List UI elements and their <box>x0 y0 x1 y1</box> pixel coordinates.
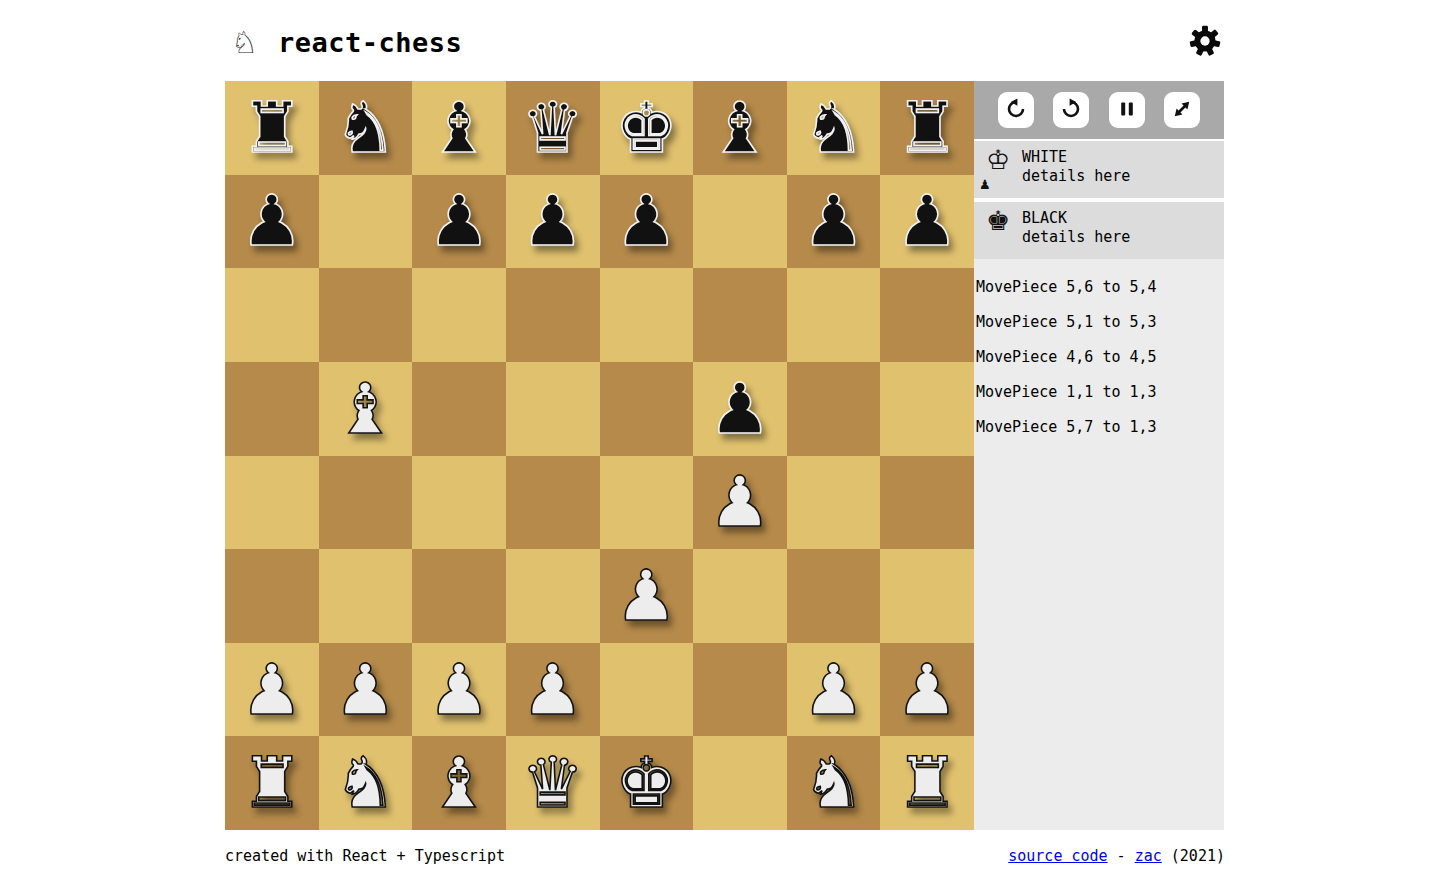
square-b2[interactable]: ♟ <box>319 643 413 737</box>
square-g3[interactable] <box>787 549 881 643</box>
black-icon-column: ♚ <box>974 202 1022 259</box>
pause-icon <box>1116 98 1138 123</box>
black-bishop-piece[interactable]: ♝ <box>709 93 772 163</box>
square-f4[interactable]: ♟ <box>693 456 787 550</box>
footer-credit: created with React + Typescript <box>225 847 505 865</box>
square-a6[interactable] <box>225 268 319 362</box>
white-captured-tray: ♟ <box>979 174 991 188</box>
white-queen-piece[interactable]: ♛ <box>521 748 584 818</box>
square-f2[interactable] <box>693 643 787 737</box>
app-header: ♘ react-chess <box>225 0 1225 81</box>
square-b7[interactable] <box>319 175 413 269</box>
white-pawn-piece[interactable]: ♟ <box>802 655 865 725</box>
white-player-details: details here <box>1022 167 1130 186</box>
white-rook-piece[interactable]: ♜ <box>896 748 959 818</box>
square-g2[interactable]: ♟ <box>787 643 881 737</box>
white-pawn-piece[interactable]: ♟ <box>615 561 678 631</box>
square-a8[interactable]: ♜ <box>225 81 319 175</box>
square-c7[interactable]: ♟ <box>412 175 506 269</box>
square-d8[interactable]: ♛ <box>506 81 600 175</box>
square-d3[interactable] <box>506 549 600 643</box>
white-knight-piece[interactable]: ♞ <box>802 748 865 818</box>
white-icon-column: ♔ ♟ <box>974 141 1022 198</box>
black-player-text: BLACK details here <box>1022 202 1130 259</box>
toolbar <box>974 81 1224 139</box>
white-king-piece[interactable]: ♚ <box>615 748 678 818</box>
square-e2[interactable] <box>600 643 694 737</box>
square-c1[interactable]: ♝ <box>412 736 506 830</box>
square-c2[interactable]: ♟ <box>412 643 506 737</box>
white-pawn-piece[interactable]: ♟ <box>896 655 959 725</box>
undo-icon <box>1004 97 1028 124</box>
square-a1[interactable]: ♜ <box>225 736 319 830</box>
black-bishop-piece[interactable]: ♝ <box>428 93 491 163</box>
square-f1[interactable] <box>693 736 787 830</box>
white-pawn-piece[interactable]: ♟ <box>334 655 397 725</box>
square-c3[interactable] <box>412 549 506 643</box>
square-g7[interactable]: ♟ <box>787 175 881 269</box>
pause-button[interactable] <box>1109 92 1145 128</box>
square-e3[interactable]: ♟ <box>600 549 694 643</box>
square-e1[interactable]: ♚ <box>600 736 694 830</box>
move-entry: MovePiece 5,1 to 5,3 <box>976 315 1224 350</box>
square-d7[interactable]: ♟ <box>506 175 600 269</box>
main: ♜♞♝♛♚♝♞♜♟♟♟♟♟♟♝♟♟♟♟♟♟♟♟♟♜♞♝♛♚♞♜ <box>225 81 1225 830</box>
square-f7[interactable] <box>693 175 787 269</box>
square-f5[interactable]: ♟ <box>693 362 787 456</box>
black-rook-piece[interactable]: ♜ <box>896 93 959 163</box>
knight-icon: ♘ <box>231 28 258 58</box>
square-h5[interactable] <box>880 362 974 456</box>
black-knight-piece[interactable]: ♞ <box>802 93 865 163</box>
square-d5[interactable] <box>506 362 600 456</box>
square-e6[interactable] <box>600 268 694 362</box>
square-b8[interactable]: ♞ <box>319 81 413 175</box>
gear-icon <box>1187 23 1223 62</box>
player-white-row: ♔ ♟ WHITE details here <box>974 141 1224 198</box>
white-king-icon: ♔ <box>986 146 1010 173</box>
square-f8[interactable]: ♝ <box>693 81 787 175</box>
square-g8[interactable]: ♞ <box>787 81 881 175</box>
settings-button[interactable] <box>1187 25 1223 61</box>
redo-icon <box>1059 97 1083 124</box>
square-a4[interactable] <box>225 456 319 550</box>
move-entry: MovePiece 5,6 to 5,4 <box>976 280 1224 315</box>
chess-board: ♜♞♝♛♚♝♞♜♟♟♟♟♟♟♝♟♟♟♟♟♟♟♟♟♜♞♝♛♚♞♜ <box>225 81 974 830</box>
square-b4[interactable] <box>319 456 413 550</box>
square-d2[interactable]: ♟ <box>506 643 600 737</box>
white-pawn-piece[interactable]: ♟ <box>428 655 491 725</box>
expand-button[interactable] <box>1164 92 1200 128</box>
black-pawn-piece[interactable]: ♟ <box>521 186 584 256</box>
black-king-piece[interactable]: ♚ <box>615 93 678 163</box>
square-h8[interactable]: ♜ <box>880 81 974 175</box>
black-queen-piece[interactable]: ♛ <box>521 93 584 163</box>
app-footer: created with React + Typescript source c… <box>225 830 1225 888</box>
white-rook-piece[interactable]: ♜ <box>240 748 303 818</box>
square-h2[interactable]: ♟ <box>880 643 974 737</box>
square-a7[interactable]: ♟ <box>225 175 319 269</box>
black-king-icon: ♚ <box>986 207 1010 234</box>
square-e4[interactable] <box>600 456 694 550</box>
square-g5[interactable] <box>787 362 881 456</box>
square-c4[interactable] <box>412 456 506 550</box>
square-a2[interactable]: ♟ <box>225 643 319 737</box>
footer-right: source code - zac (2021) <box>1008 847 1225 865</box>
square-a5[interactable] <box>225 362 319 456</box>
black-rook-piece[interactable]: ♜ <box>240 93 303 163</box>
source-code-link[interactable]: source code <box>1008 847 1107 865</box>
square-e7[interactable]: ♟ <box>600 175 694 269</box>
square-d4[interactable] <box>506 456 600 550</box>
move-entry: MovePiece 1,1 to 1,3 <box>976 385 1224 420</box>
white-pawn-piece[interactable]: ♟ <box>521 655 584 725</box>
redo-button[interactable] <box>1053 92 1089 128</box>
square-b6[interactable] <box>319 268 413 362</box>
side-panel: ♔ ♟ WHITE details here ♚ BLACK details h… <box>974 81 1224 830</box>
author-link[interactable]: zac <box>1135 847 1162 865</box>
player-black-row: ♚ BLACK details here <box>974 202 1224 259</box>
white-bishop-piece[interactable]: ♝ <box>334 374 397 444</box>
move-entry: MovePiece 4,6 to 4,5 <box>976 350 1224 385</box>
square-h4[interactable] <box>880 456 974 550</box>
black-pawn-piece[interactable]: ♟ <box>428 186 491 256</box>
black-pawn-piece[interactable]: ♟ <box>896 186 959 256</box>
square-g1[interactable]: ♞ <box>787 736 881 830</box>
square-h7[interactable]: ♟ <box>880 175 974 269</box>
white-player-text: WHITE details here <box>1022 141 1130 198</box>
move-list: MovePiece 5,6 to 5,4MovePiece 5,1 to 5,3… <box>974 259 1224 830</box>
square-h6[interactable] <box>880 268 974 362</box>
black-pawn-piece[interactable]: ♟ <box>802 186 865 256</box>
page-title: react-chess <box>278 27 462 58</box>
square-a3[interactable] <box>225 549 319 643</box>
title-wrap: ♘ react-chess <box>231 27 462 58</box>
square-h1[interactable]: ♜ <box>880 736 974 830</box>
square-d6[interactable] <box>506 268 600 362</box>
square-d1[interactable]: ♛ <box>506 736 600 830</box>
move-entry: MovePiece 5,7 to 1,3 <box>976 420 1224 455</box>
square-c6[interactable] <box>412 268 506 362</box>
square-h3[interactable] <box>880 549 974 643</box>
black-knight-piece[interactable]: ♞ <box>334 93 397 163</box>
white-bishop-piece[interactable]: ♝ <box>428 748 491 818</box>
footer-year: (2021) <box>1162 847 1225 865</box>
black-player-details: details here <box>1022 228 1130 247</box>
expand-icon <box>1170 97 1194 124</box>
white-pawn-piece[interactable]: ♟ <box>240 655 303 725</box>
white-pawn-piece[interactable]: ♟ <box>709 467 772 537</box>
square-c8[interactable]: ♝ <box>412 81 506 175</box>
square-c5[interactable] <box>412 362 506 456</box>
square-b5[interactable]: ♝ <box>319 362 413 456</box>
black-pawn-piece[interactable]: ♟ <box>615 186 678 256</box>
square-g4[interactable] <box>787 456 881 550</box>
square-f3[interactable] <box>693 549 787 643</box>
square-b1[interactable]: ♞ <box>319 736 413 830</box>
square-e8[interactable]: ♚ <box>600 81 694 175</box>
captured-black-pawn-icon: ♟ <box>979 177 991 192</box>
square-g6[interactable] <box>787 268 881 362</box>
black-pawn-piece[interactable]: ♟ <box>240 186 303 256</box>
square-b3[interactable] <box>319 549 413 643</box>
white-knight-piece[interactable]: ♞ <box>334 748 397 818</box>
black-pawn-piece[interactable]: ♟ <box>709 374 772 444</box>
white-player-label: WHITE <box>1022 148 1130 167</box>
undo-button[interactable] <box>998 92 1034 128</box>
square-e5[interactable] <box>600 362 694 456</box>
footer-separator: - <box>1108 847 1135 865</box>
page: ♘ react-chess <box>225 0 1225 888</box>
square-f6[interactable] <box>693 268 787 362</box>
black-player-label: BLACK <box>1022 209 1130 228</box>
